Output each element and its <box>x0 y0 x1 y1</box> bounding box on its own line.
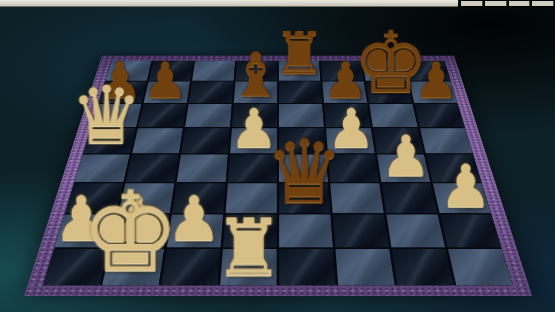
square-e2[interactable] <box>279 215 333 248</box>
square-g3[interactable] <box>382 183 438 213</box>
square-h1[interactable] <box>448 249 513 285</box>
square-g4[interactable] <box>377 155 430 182</box>
chess-board[interactable]: ♜♟♟♝♟♚♟♛♟♟♟♛♟♟♟♟♚♜ <box>24 56 532 297</box>
square-h3[interactable] <box>433 183 491 213</box>
square-a7[interactable] <box>99 82 147 103</box>
square-e4[interactable] <box>279 155 328 182</box>
square-g6[interactable] <box>369 104 418 127</box>
square-e6[interactable] <box>279 104 324 127</box>
square-a8[interactable] <box>105 61 151 81</box>
square-h6[interactable] <box>414 104 464 127</box>
square-d4[interactable] <box>228 155 277 182</box>
square-a4[interactable] <box>74 155 129 182</box>
square-f1[interactable] <box>335 249 394 285</box>
square-h4[interactable] <box>426 155 481 182</box>
square-c6[interactable] <box>185 104 232 127</box>
square-h8[interactable] <box>404 61 450 81</box>
square-e7[interactable] <box>279 82 322 103</box>
square-f5[interactable] <box>326 128 375 153</box>
app-window: ♜♟♟♝♟♚♟♛♟♟♟♛♟♟♟♟♚♜ <box>0 0 555 312</box>
square-g7[interactable] <box>366 82 413 103</box>
square-c8[interactable] <box>192 61 235 81</box>
square-b5[interactable] <box>132 128 183 153</box>
square-e1[interactable] <box>279 249 336 285</box>
square-a5[interactable] <box>83 128 136 153</box>
board-squares[interactable] <box>43 61 513 286</box>
square-b6[interactable] <box>138 104 187 127</box>
square-g2[interactable] <box>386 215 445 248</box>
square-a3[interactable] <box>65 183 123 213</box>
square-c7[interactable] <box>189 82 234 103</box>
square-b7[interactable] <box>144 82 191 103</box>
square-c4[interactable] <box>177 155 228 182</box>
square-d7[interactable] <box>234 82 277 103</box>
square-c3[interactable] <box>172 183 226 213</box>
square-b1[interactable] <box>102 249 164 285</box>
square-h5[interactable] <box>420 128 473 153</box>
square-c2[interactable] <box>167 215 223 248</box>
square-f6[interactable] <box>324 104 371 127</box>
square-f4[interactable] <box>328 155 379 182</box>
square-f7[interactable] <box>322 82 367 103</box>
square-g8[interactable] <box>363 61 408 81</box>
square-e5[interactable] <box>279 128 326 153</box>
toolbar-button[interactable] <box>461 1 483 6</box>
square-a2[interactable] <box>55 215 116 248</box>
toolbar <box>460 0 555 7</box>
square-f3[interactable] <box>330 183 384 213</box>
square-b4[interactable] <box>126 155 179 182</box>
square-c5[interactable] <box>181 128 230 153</box>
square-e3[interactable] <box>279 183 330 213</box>
square-a6[interactable] <box>91 104 141 127</box>
square-d2[interactable] <box>223 215 277 248</box>
square-g5[interactable] <box>373 128 424 153</box>
square-e8[interactable] <box>279 61 321 81</box>
square-d8[interactable] <box>235 61 277 81</box>
square-d6[interactable] <box>232 104 277 127</box>
title-bar[interactable] <box>0 0 458 7</box>
square-f8[interactable] <box>321 61 364 81</box>
toolbar-button[interactable] <box>509 1 531 6</box>
square-h2[interactable] <box>440 215 501 248</box>
square-d5[interactable] <box>230 128 277 153</box>
square-h7[interactable] <box>409 82 457 103</box>
square-c1[interactable] <box>161 249 220 285</box>
square-f2[interactable] <box>333 215 389 248</box>
toolbar-button[interactable] <box>485 1 507 6</box>
toolbar-button[interactable] <box>532 1 554 6</box>
square-g1[interactable] <box>392 249 454 285</box>
square-d3[interactable] <box>226 183 277 213</box>
square-b2[interactable] <box>111 215 170 248</box>
square-d1[interactable] <box>220 249 277 285</box>
square-a1[interactable] <box>43 249 108 285</box>
square-b8[interactable] <box>149 61 194 81</box>
square-b3[interactable] <box>118 183 174 213</box>
